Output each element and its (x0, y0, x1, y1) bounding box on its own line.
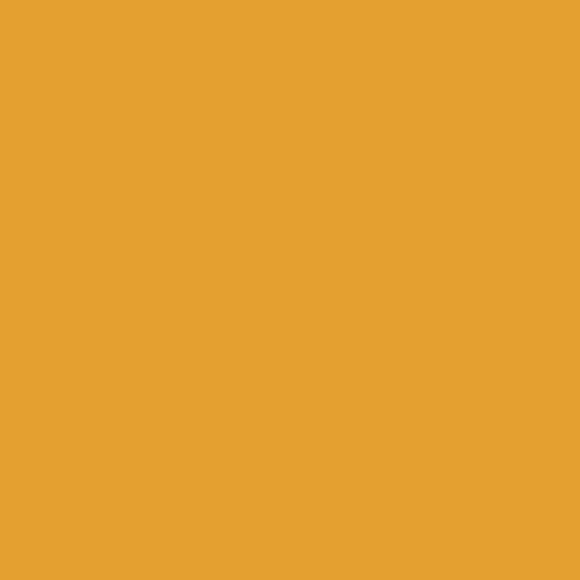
board-grid-lines (0, 0, 580, 580)
go-game-screen (0, 0, 580, 580)
